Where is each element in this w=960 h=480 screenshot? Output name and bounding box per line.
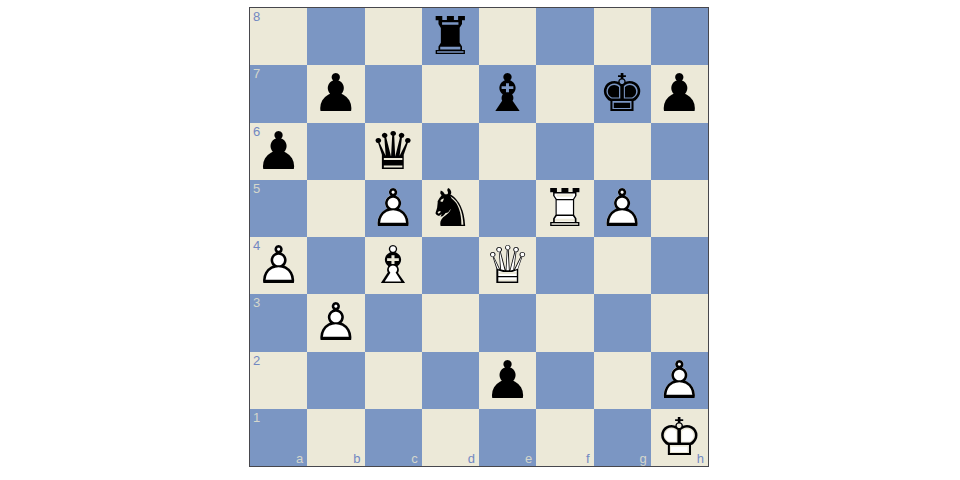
square-h1[interactable]: h♚♔ — [651, 409, 708, 466]
square-h5[interactable] — [651, 180, 708, 237]
square-d6[interactable] — [422, 123, 479, 180]
page-background: 8♜7♟♝♚♟6♟♛5♟♙♞♜♖♟♙4♟♙♝♗♛♕3♟♙2♟♟♙1abcdefg… — [0, 0, 960, 480]
square-f5[interactable]: ♜♖ — [536, 180, 593, 237]
black-king[interactable]: ♚ — [594, 65, 651, 122]
square-c8[interactable] — [365, 8, 422, 65]
square-b1[interactable]: b — [307, 409, 364, 466]
square-d8[interactable]: ♜ — [422, 8, 479, 65]
square-a8[interactable]: 8 — [250, 8, 307, 65]
square-a2[interactable]: 2 — [250, 352, 307, 409]
rank-label-5: 5 — [253, 182, 260, 195]
rank-label-7: 7 — [253, 67, 260, 80]
square-b6[interactable] — [307, 123, 364, 180]
white-pawn-glyph-outline: ♙ — [365, 180, 422, 237]
square-c7[interactable] — [365, 65, 422, 122]
white-pawn-glyph-outline: ♙ — [307, 294, 364, 351]
square-f7[interactable] — [536, 65, 593, 122]
white-pawn-glyph-outline: ♙ — [594, 180, 651, 237]
square-a3[interactable]: 3 — [250, 294, 307, 351]
white-pawn[interactable]: ♟♙ — [651, 352, 708, 409]
square-c2[interactable] — [365, 352, 422, 409]
square-b2[interactable] — [307, 352, 364, 409]
square-e6[interactable] — [479, 123, 536, 180]
chess-board-frame: 8♜7♟♝♚♟6♟♛5♟♙♞♜♖♟♙4♟♙♝♗♛♕3♟♙2♟♟♙1abcdefg… — [249, 7, 709, 467]
square-a1[interactable]: 1a — [250, 409, 307, 466]
square-e4[interactable]: ♛♕ — [479, 237, 536, 294]
square-a7[interactable]: 7 — [250, 65, 307, 122]
square-g5[interactable]: ♟♙ — [594, 180, 651, 237]
square-g8[interactable] — [594, 8, 651, 65]
square-f6[interactable] — [536, 123, 593, 180]
square-b4[interactable] — [307, 237, 364, 294]
square-g3[interactable] — [594, 294, 651, 351]
white-pawn[interactable]: ♟♙ — [250, 237, 307, 294]
square-a4[interactable]: 4♟♙ — [250, 237, 307, 294]
square-d3[interactable] — [422, 294, 479, 351]
white-rook[interactable]: ♜♖ — [536, 180, 593, 237]
square-g1[interactable]: g — [594, 409, 651, 466]
square-f8[interactable] — [536, 8, 593, 65]
square-h8[interactable] — [651, 8, 708, 65]
square-c5[interactable]: ♟♙ — [365, 180, 422, 237]
square-e1[interactable]: e — [479, 409, 536, 466]
white-pawn-glyph-outline: ♙ — [651, 352, 708, 409]
square-c1[interactable]: c — [365, 409, 422, 466]
rank-label-3: 3 — [253, 296, 260, 309]
square-a6[interactable]: 6♟ — [250, 123, 307, 180]
square-h6[interactable] — [651, 123, 708, 180]
square-g2[interactable] — [594, 352, 651, 409]
square-g4[interactable] — [594, 237, 651, 294]
square-e2[interactable]: ♟ — [479, 352, 536, 409]
square-e5[interactable] — [479, 180, 536, 237]
square-d1[interactable]: d — [422, 409, 479, 466]
square-b3[interactable]: ♟♙ — [307, 294, 364, 351]
white-king[interactable]: ♚♔ — [651, 409, 708, 466]
black-knight[interactable]: ♞ — [422, 180, 479, 237]
square-b5[interactable] — [307, 180, 364, 237]
white-king-glyph-outline: ♔ — [651, 409, 708, 466]
file-label-c: c — [411, 452, 418, 465]
file-label-g: g — [640, 452, 647, 465]
square-h2[interactable]: ♟♙ — [651, 352, 708, 409]
square-d4[interactable] — [422, 237, 479, 294]
rank-label-2: 2 — [253, 354, 260, 367]
white-rook-glyph-outline: ♖ — [536, 180, 593, 237]
white-pawn-glyph-outline: ♙ — [250, 237, 307, 294]
black-pawn[interactable]: ♟ — [651, 65, 708, 122]
file-label-a: a — [296, 452, 303, 465]
square-b8[interactable] — [307, 8, 364, 65]
square-g6[interactable] — [594, 123, 651, 180]
square-h3[interactable] — [651, 294, 708, 351]
white-bishop-glyph-outline: ♗ — [365, 237, 422, 294]
black-pawn[interactable]: ♟ — [479, 352, 536, 409]
square-h4[interactable] — [651, 237, 708, 294]
black-pawn[interactable]: ♟ — [307, 65, 364, 122]
square-e8[interactable] — [479, 8, 536, 65]
chess-board: 8♜7♟♝♚♟6♟♛5♟♙♞♜♖♟♙4♟♙♝♗♛♕3♟♙2♟♟♙1abcdefg… — [250, 8, 708, 466]
square-f2[interactable] — [536, 352, 593, 409]
square-b7[interactable]: ♟ — [307, 65, 364, 122]
square-e3[interactable] — [479, 294, 536, 351]
square-c3[interactable] — [365, 294, 422, 351]
black-bishop[interactable]: ♝ — [479, 65, 536, 122]
square-c6[interactable]: ♛ — [365, 123, 422, 180]
black-pawn[interactable]: ♟ — [250, 123, 307, 180]
white-pawn[interactable]: ♟♙ — [594, 180, 651, 237]
square-a5[interactable]: 5 — [250, 180, 307, 237]
square-d2[interactable] — [422, 352, 479, 409]
square-e7[interactable]: ♝ — [479, 65, 536, 122]
white-bishop[interactable]: ♝♗ — [365, 237, 422, 294]
square-d5[interactable]: ♞ — [422, 180, 479, 237]
file-label-e: e — [525, 452, 532, 465]
square-c4[interactable]: ♝♗ — [365, 237, 422, 294]
file-label-b: b — [353, 452, 360, 465]
rank-label-1: 1 — [253, 411, 260, 424]
square-f1[interactable]: f — [536, 409, 593, 466]
square-g7[interactable]: ♚ — [594, 65, 651, 122]
white-pawn[interactable]: ♟♙ — [365, 180, 422, 237]
rank-label-8: 8 — [253, 10, 260, 23]
square-f4[interactable] — [536, 237, 593, 294]
white-queen-glyph-outline: ♕ — [479, 237, 536, 294]
white-pawn[interactable]: ♟♙ — [307, 294, 364, 351]
white-queen[interactable]: ♛♕ — [479, 237, 536, 294]
black-queen[interactable]: ♛ — [365, 123, 422, 180]
square-f3[interactable] — [536, 294, 593, 351]
square-d7[interactable] — [422, 65, 479, 122]
black-rook[interactable]: ♜ — [422, 8, 479, 65]
file-label-d: d — [468, 452, 475, 465]
file-label-f: f — [586, 452, 590, 465]
square-h7[interactable]: ♟ — [651, 65, 708, 122]
